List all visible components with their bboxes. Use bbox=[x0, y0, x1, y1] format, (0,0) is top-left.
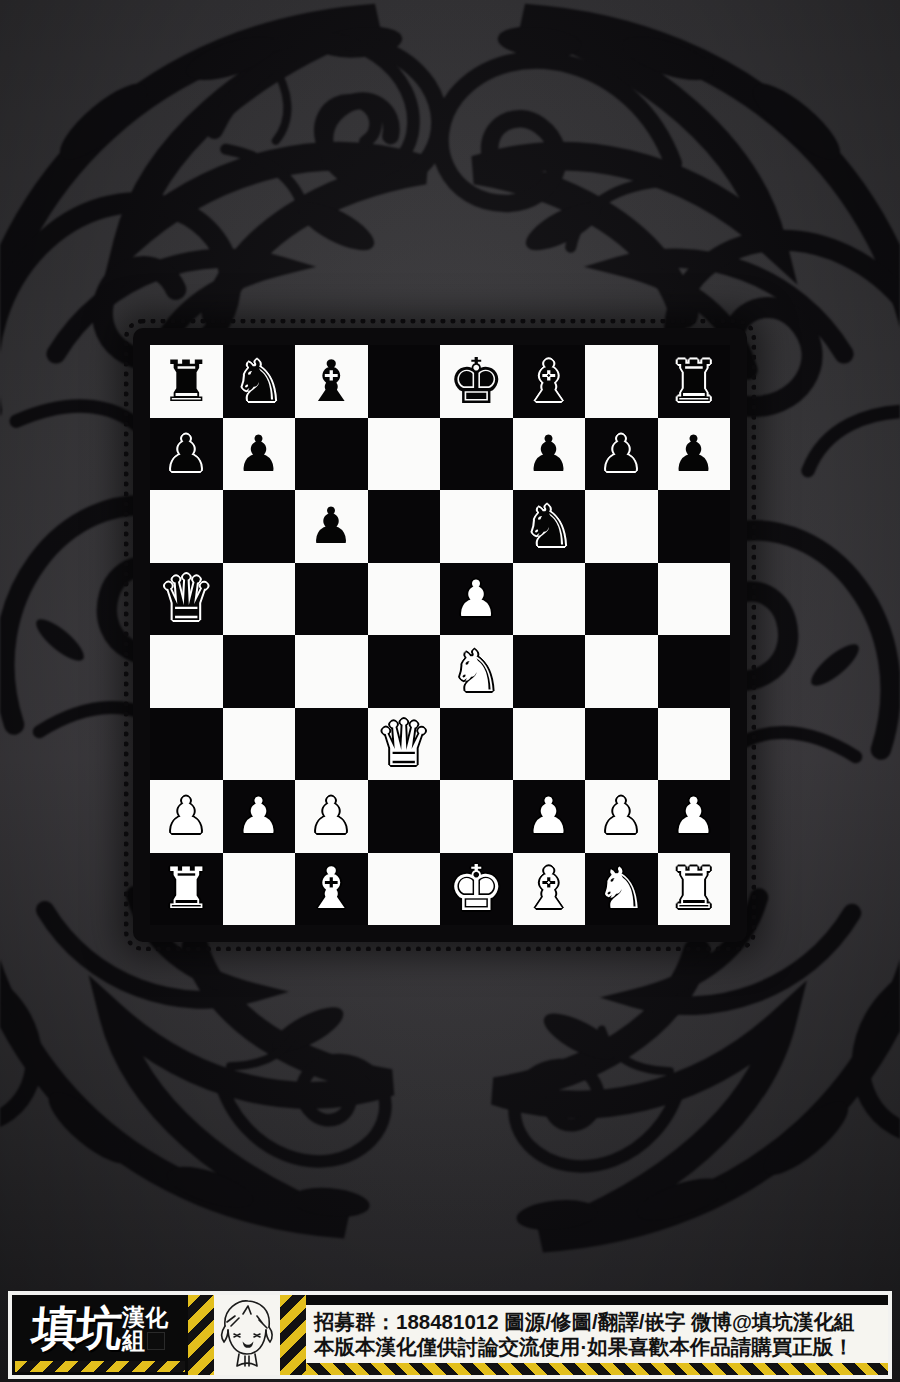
white-pawn-e5: ♟ bbox=[440, 563, 513, 636]
square-b4 bbox=[223, 635, 296, 708]
square-c3 bbox=[295, 708, 368, 781]
square-c5 bbox=[295, 563, 368, 636]
white-rook-a1: ♜ bbox=[150, 853, 223, 926]
white-pawn-h2: ♟ bbox=[658, 780, 731, 853]
chess-board-frame: ♜♞♝♚♝♜♟♟♟♟♟♟♞♛♟♞♛♟♟♟♟♟♟♜♝♚♝♞♜ bbox=[133, 328, 747, 942]
white-king-e1: ♚ bbox=[440, 853, 513, 926]
white-knight-g1: ♞ bbox=[585, 853, 658, 926]
black-queen-a5: ♛ bbox=[150, 563, 223, 636]
black-knight-f6: ♞ bbox=[513, 490, 586, 563]
black-pawn-c6: ♟ bbox=[295, 490, 368, 563]
square-d7 bbox=[368, 418, 441, 491]
square-b2: ♟ bbox=[223, 780, 296, 853]
square-g3 bbox=[585, 708, 658, 781]
white-pawn-g2: ♟ bbox=[585, 780, 658, 853]
square-g5 bbox=[585, 563, 658, 636]
square-a5: ♛ bbox=[150, 563, 223, 636]
hazard-stripe-vertical bbox=[280, 1295, 306, 1375]
square-f6: ♞ bbox=[513, 490, 586, 563]
square-d4 bbox=[368, 635, 441, 708]
square-e8: ♚ bbox=[440, 345, 513, 418]
square-d3: ♛ bbox=[368, 708, 441, 781]
credit-text-panel: 招募群：188481012 圖源/修圖/翻譯/嵌字 微博@填坑漢化組 本版本漢化… bbox=[306, 1305, 888, 1363]
square-f7: ♟ bbox=[513, 418, 586, 491]
black-pawn-a7: ♟ bbox=[150, 418, 223, 491]
hazard-stripe-vertical bbox=[188, 1295, 214, 1375]
black-king-e8: ♚ bbox=[440, 345, 513, 418]
square-h5 bbox=[658, 563, 731, 636]
chess-board: ♜♞♝♚♝♜♟♟♟♟♟♟♞♛♟♞♛♟♟♟♟♟♟♜♝♚♝♞♜ bbox=[150, 345, 730, 925]
anime-girl-icon bbox=[217, 1296, 277, 1374]
black-pawn-b7: ♟ bbox=[223, 418, 296, 491]
logo-small-text-2: 組 bbox=[122, 1329, 145, 1352]
square-e3 bbox=[440, 708, 513, 781]
square-f1: ♝ bbox=[513, 853, 586, 926]
square-g7: ♟ bbox=[585, 418, 658, 491]
square-f2: ♟ bbox=[513, 780, 586, 853]
white-queen-d3: ♛ bbox=[368, 708, 441, 781]
square-c2: ♟ bbox=[295, 780, 368, 853]
white-bishop-c1: ♝ bbox=[295, 853, 368, 926]
hazard-stripe-band bbox=[15, 1361, 185, 1372]
white-pawn-a2: ♟ bbox=[150, 780, 223, 853]
square-h8: ♜ bbox=[658, 345, 731, 418]
square-a1: ♜ bbox=[150, 853, 223, 926]
white-rook-h1: ♜ bbox=[658, 853, 731, 926]
square-h6 bbox=[658, 490, 731, 563]
white-bishop-f1: ♝ bbox=[513, 853, 586, 926]
black-pawn-g7: ♟ bbox=[585, 418, 658, 491]
square-a4 bbox=[150, 635, 223, 708]
square-h4 bbox=[658, 635, 731, 708]
square-b5 bbox=[223, 563, 296, 636]
square-g8 bbox=[585, 345, 658, 418]
square-e2 bbox=[440, 780, 513, 853]
square-c4 bbox=[295, 635, 368, 708]
square-d1 bbox=[368, 853, 441, 926]
square-h2: ♟ bbox=[658, 780, 731, 853]
square-g6 bbox=[585, 490, 658, 563]
black-knight-b8: ♞ bbox=[223, 345, 296, 418]
white-knight-e4: ♞ bbox=[440, 635, 513, 708]
scanlation-group-logo: 填坑 漢化 組 bbox=[12, 1295, 188, 1375]
black-pawn-f7: ♟ bbox=[513, 418, 586, 491]
credit-line-2: 本版本漢化僅供討論交流使用·如果喜歡本作品請購買正版！ bbox=[314, 1335, 880, 1359]
credit-text-block: 招募群：188481012 圖源/修圖/翻譯/嵌字 微博@填坑漢化組 本版本漢化… bbox=[306, 1295, 888, 1375]
logo-small-text-1: 漢化 bbox=[122, 1306, 168, 1329]
credit-line-1: 招募群：188481012 圖源/修圖/翻譯/嵌字 微博@填坑漢化組 bbox=[314, 1310, 880, 1334]
square-c1: ♝ bbox=[295, 853, 368, 926]
square-b3 bbox=[223, 708, 296, 781]
square-a3 bbox=[150, 708, 223, 781]
square-d2 bbox=[368, 780, 441, 853]
square-f8: ♝ bbox=[513, 345, 586, 418]
white-pawn-f2: ♟ bbox=[513, 780, 586, 853]
square-d6 bbox=[368, 490, 441, 563]
square-a8: ♜ bbox=[150, 345, 223, 418]
square-e1: ♚ bbox=[440, 853, 513, 926]
square-f5 bbox=[513, 563, 586, 636]
square-c7 bbox=[295, 418, 368, 491]
square-d8 bbox=[368, 345, 441, 418]
square-e7 bbox=[440, 418, 513, 491]
hazard-stripe-band bbox=[306, 1363, 888, 1375]
white-pawn-c2: ♟ bbox=[295, 780, 368, 853]
square-c8: ♝ bbox=[295, 345, 368, 418]
square-e4: ♞ bbox=[440, 635, 513, 708]
square-g4 bbox=[585, 635, 658, 708]
square-a7: ♟ bbox=[150, 418, 223, 491]
square-b6 bbox=[223, 490, 296, 563]
white-pawn-b2: ♟ bbox=[223, 780, 296, 853]
square-h3 bbox=[658, 708, 731, 781]
square-c6: ♟ bbox=[295, 490, 368, 563]
black-bishop-f8: ♝ bbox=[513, 345, 586, 418]
square-e6 bbox=[440, 490, 513, 563]
square-f4 bbox=[513, 635, 586, 708]
square-b8: ♞ bbox=[223, 345, 296, 418]
square-g1: ♞ bbox=[585, 853, 658, 926]
black-bishop-c8: ♝ bbox=[295, 345, 368, 418]
square-a6 bbox=[150, 490, 223, 563]
black-strip bbox=[306, 1295, 888, 1305]
square-b7: ♟ bbox=[223, 418, 296, 491]
square-e5: ♟ bbox=[440, 563, 513, 636]
credit-footer-bar: 填坑 漢化 組 bbox=[8, 1291, 892, 1379]
black-rook-h8: ♜ bbox=[658, 345, 731, 418]
square-a2: ♟ bbox=[150, 780, 223, 853]
black-pawn-h7: ♟ bbox=[658, 418, 731, 491]
square-b1 bbox=[223, 853, 296, 926]
mascot-girl-illustration bbox=[214, 1295, 280, 1375]
square-d5 bbox=[368, 563, 441, 636]
square-h7: ♟ bbox=[658, 418, 731, 491]
square-g2: ♟ bbox=[585, 780, 658, 853]
logo-square-icon bbox=[147, 1332, 165, 1350]
black-rook-a8: ♜ bbox=[150, 345, 223, 418]
square-f3 bbox=[513, 708, 586, 781]
logo-big-text: 填坑 bbox=[30, 1298, 122, 1360]
square-h1: ♜ bbox=[658, 853, 731, 926]
